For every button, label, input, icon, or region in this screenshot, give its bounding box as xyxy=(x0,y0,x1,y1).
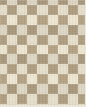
checkerboard-photo xyxy=(0,0,86,107)
board-cell xyxy=(58,45,68,55)
board-cell xyxy=(37,35,47,45)
board-cell xyxy=(27,64,37,74)
board-cell xyxy=(27,35,37,45)
board-cell xyxy=(17,15,27,25)
board-cell xyxy=(58,35,68,45)
board-cell xyxy=(27,94,37,104)
board-cell xyxy=(37,64,47,74)
board-cell xyxy=(0,35,7,45)
board-edge-bottom xyxy=(0,104,86,107)
board-cell xyxy=(58,84,68,94)
board-cell xyxy=(68,15,78,25)
board-cell xyxy=(37,45,47,55)
board-cell xyxy=(58,74,68,84)
board-edge-right xyxy=(85,0,86,107)
board-cell xyxy=(0,84,7,94)
board-cell xyxy=(78,94,85,104)
board-cell xyxy=(68,74,78,84)
board-cell xyxy=(27,54,37,64)
board-cell xyxy=(37,15,47,25)
board-cell xyxy=(48,5,58,15)
board-cell xyxy=(48,25,58,35)
board-cell xyxy=(17,94,27,104)
board-cell xyxy=(37,5,47,15)
board-cell xyxy=(78,25,85,35)
board-cell xyxy=(48,94,58,104)
board-cell xyxy=(48,84,58,94)
board-cell xyxy=(0,5,7,15)
checkerboard xyxy=(0,0,85,104)
board-cell xyxy=(48,15,58,25)
board-cell xyxy=(17,74,27,84)
board-cell xyxy=(7,94,17,104)
board-cell xyxy=(17,84,27,94)
board-cell xyxy=(68,94,78,104)
board-cell xyxy=(17,45,27,55)
board-cell xyxy=(7,64,17,74)
board-cell xyxy=(58,64,68,74)
board-cell xyxy=(78,64,85,74)
board-cell xyxy=(68,25,78,35)
board-cell xyxy=(17,54,27,64)
board-cell xyxy=(0,74,7,84)
board-cell xyxy=(7,54,17,64)
board-cell xyxy=(0,15,7,25)
board-cell xyxy=(58,25,68,35)
board-cell xyxy=(27,5,37,15)
board-cell xyxy=(58,94,68,104)
board-cell xyxy=(7,15,17,25)
board-cell xyxy=(7,45,17,55)
board-cell xyxy=(68,45,78,55)
board-cell xyxy=(27,15,37,25)
board-cell xyxy=(27,84,37,94)
board-cell xyxy=(68,35,78,45)
board-cell xyxy=(48,35,58,45)
board-cell xyxy=(78,5,85,15)
board-cell xyxy=(7,74,17,84)
board-cell xyxy=(17,64,27,74)
board-cell xyxy=(37,84,47,94)
board-cell xyxy=(7,25,17,35)
board-cell xyxy=(0,45,7,55)
board-cell xyxy=(68,64,78,74)
board-cell xyxy=(17,5,27,15)
board-cell xyxy=(7,35,17,45)
board-cell xyxy=(78,54,85,64)
board-cell xyxy=(0,54,7,64)
board-cell xyxy=(78,84,85,94)
board-cell xyxy=(37,54,47,64)
board-cell xyxy=(78,74,85,84)
board-cell xyxy=(78,15,85,25)
board-cell xyxy=(58,5,68,15)
board-cell xyxy=(48,45,58,55)
board-cell xyxy=(68,5,78,15)
board-cell xyxy=(48,54,58,64)
board-cell xyxy=(0,64,7,74)
board-cell xyxy=(78,45,85,55)
board-cell xyxy=(0,25,7,35)
board-cell xyxy=(68,54,78,64)
board-cell xyxy=(37,25,47,35)
board-cell xyxy=(7,5,17,15)
board-cell xyxy=(37,94,47,104)
board-cell xyxy=(37,74,47,84)
board-cell xyxy=(78,35,85,45)
board-cell xyxy=(27,25,37,35)
board-cell xyxy=(68,84,78,94)
board-cell xyxy=(27,74,37,84)
board-cell xyxy=(48,74,58,84)
board-cell xyxy=(0,94,7,104)
board-cell xyxy=(58,15,68,25)
board-cell xyxy=(27,45,37,55)
board-cell xyxy=(17,35,27,45)
board-cell xyxy=(17,25,27,35)
board-cell xyxy=(58,54,68,64)
board-cell xyxy=(7,84,17,94)
board-cell xyxy=(48,64,58,74)
